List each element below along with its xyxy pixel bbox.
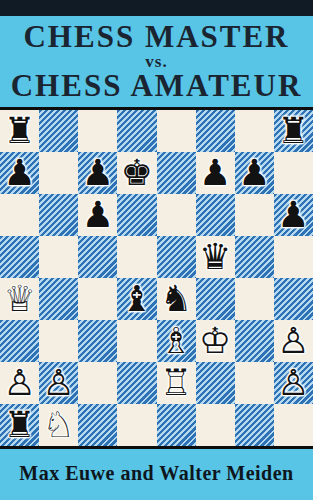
square-g1 [235, 404, 274, 446]
square-f6 [196, 194, 235, 236]
square-b3 [39, 320, 78, 362]
square-c7: ♟ [78, 152, 117, 194]
square-b8 [39, 110, 78, 152]
black-knight-e4: ♞ [160, 278, 192, 320]
square-a6 [0, 194, 39, 236]
square-e1 [157, 404, 196, 446]
title-line-2: CHESS AMATEUR [0, 70, 313, 102]
square-e6 [157, 194, 196, 236]
black-rook-h8: ♜ [277, 110, 309, 152]
square-g4 [235, 278, 274, 320]
square-c2 [78, 362, 117, 404]
white-rook-e2: ♖ [160, 362, 192, 404]
square-d3 [117, 320, 156, 362]
square-c6: ♟ [78, 194, 117, 236]
black-rook-a8: ♜ [3, 110, 35, 152]
black-king-d7: ♚ [121, 152, 153, 194]
square-d1 [117, 404, 156, 446]
square-e3: ♗ [157, 320, 196, 362]
black-pawn-c7: ♟ [82, 152, 114, 194]
square-a2: ♙ [0, 362, 39, 404]
author-names: Max Euwe and Walter Meiden [19, 462, 293, 485]
top-border-band [0, 0, 313, 16]
black-pawn-g7: ♟ [238, 152, 270, 194]
book-cover: CHESS MASTER vs. CHESS AMATEUR ♜♜♟♟♚♟♟♟♟… [0, 0, 313, 500]
square-c8 [78, 110, 117, 152]
square-a8: ♜ [0, 110, 39, 152]
square-b1: ♘ [39, 404, 78, 446]
white-pawn-a2: ♙ [3, 362, 35, 404]
title-line-1: CHESS MASTER [0, 21, 313, 53]
square-f5: ♛ [196, 236, 235, 278]
square-e2: ♖ [157, 362, 196, 404]
square-f3: ♔ [196, 320, 235, 362]
white-bishop-e3: ♗ [160, 320, 192, 362]
square-d8 [117, 110, 156, 152]
square-b5 [39, 236, 78, 278]
white-king-f3: ♔ [199, 320, 231, 362]
square-h4 [274, 278, 313, 320]
square-e8 [157, 110, 196, 152]
square-f4 [196, 278, 235, 320]
square-d6 [117, 194, 156, 236]
square-b7 [39, 152, 78, 194]
square-h7 [274, 152, 313, 194]
chess-board: ♜♜♟♟♚♟♟♟♟♛♕♝♞♗♔♙♙♙♖♙♜♘ [0, 110, 313, 446]
square-a7: ♟ [0, 152, 39, 194]
square-h6: ♟ [274, 194, 313, 236]
square-f1 [196, 404, 235, 446]
square-f7: ♟ [196, 152, 235, 194]
square-a5 [0, 236, 39, 278]
black-queen-f5: ♛ [199, 236, 231, 278]
square-b2: ♙ [39, 362, 78, 404]
white-knight-b1: ♘ [43, 404, 75, 446]
black-bishop-d4: ♝ [121, 278, 153, 320]
square-d5 [117, 236, 156, 278]
black-rook-a1: ♜ [3, 404, 35, 446]
black-pawn-f7: ♟ [199, 152, 231, 194]
square-h3: ♙ [274, 320, 313, 362]
square-e7 [157, 152, 196, 194]
author-band: Max Euwe and Walter Meiden [0, 449, 313, 497]
square-d2 [117, 362, 156, 404]
square-a1: ♜ [0, 404, 39, 446]
square-h1 [274, 404, 313, 446]
square-g8 [235, 110, 274, 152]
square-g5 [235, 236, 274, 278]
chess-board-frame: ♜♜♟♟♚♟♟♟♟♛♕♝♞♗♔♙♙♙♖♙♜♘ [0, 107, 313, 449]
square-e5 [157, 236, 196, 278]
square-h2: ♙ [274, 362, 313, 404]
square-b4 [39, 278, 78, 320]
square-g7: ♟ [235, 152, 274, 194]
title-block: CHESS MASTER vs. CHESS AMATEUR [0, 16, 313, 107]
black-pawn-c6: ♟ [82, 194, 114, 236]
white-pawn-h3: ♙ [277, 320, 309, 362]
square-c1 [78, 404, 117, 446]
square-d7: ♚ [117, 152, 156, 194]
square-e4: ♞ [157, 278, 196, 320]
square-g3 [235, 320, 274, 362]
square-b6 [39, 194, 78, 236]
square-a4: ♕ [0, 278, 39, 320]
square-h8: ♜ [274, 110, 313, 152]
black-pawn-a7: ♟ [3, 152, 35, 194]
square-d4: ♝ [117, 278, 156, 320]
white-pawn-h2: ♙ [277, 362, 309, 404]
square-f8 [196, 110, 235, 152]
square-c5 [78, 236, 117, 278]
square-a3 [0, 320, 39, 362]
white-pawn-b2: ♙ [43, 362, 75, 404]
square-c4 [78, 278, 117, 320]
white-queen-a4: ♕ [3, 278, 35, 320]
square-c3 [78, 320, 117, 362]
square-f2 [196, 362, 235, 404]
square-g2 [235, 362, 274, 404]
square-g6 [235, 194, 274, 236]
square-h5 [274, 236, 313, 278]
black-pawn-h6: ♟ [277, 194, 309, 236]
